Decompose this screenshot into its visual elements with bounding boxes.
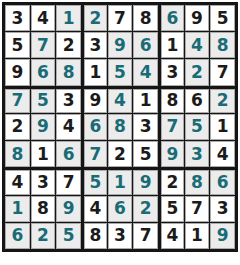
cell-r4c5[interactable]: 4 <box>108 89 133 113</box>
cell-r5c3[interactable]: 4 <box>56 114 81 140</box>
entered-digit: 9 <box>140 174 152 191</box>
cell-r1c5[interactable]: 7 <box>108 5 133 31</box>
cell-r4c3[interactable]: 3 <box>56 89 81 113</box>
cell-r7c5[interactable]: 1 <box>108 170 133 194</box>
entered-digit: 6 <box>63 146 75 163</box>
entered-digit: 1 <box>11 200 23 217</box>
given-digit: 3 <box>37 174 49 191</box>
cell-r8c5[interactable]: 6 <box>108 196 133 222</box>
given-digit: 1 <box>140 92 152 109</box>
given-digit: 3 <box>140 118 152 135</box>
entered-digit: 9 <box>166 146 178 163</box>
given-digit: 7 <box>217 64 229 81</box>
entered-digit: 8 <box>63 64 75 81</box>
cell-r2c3[interactable]: 2 <box>56 32 81 58</box>
cell-r7c3[interactable]: 7 <box>56 170 81 194</box>
cell-r6c6[interactable]: 5 <box>133 141 158 167</box>
cell-r7c4[interactable]: 5 <box>84 170 107 194</box>
cell-r3c8[interactable]: 2 <box>185 59 210 85</box>
entered-digit: 6 <box>37 64 49 81</box>
cell-r4c8[interactable]: 6 <box>185 89 210 113</box>
cell-r9c7[interactable]: 4 <box>161 223 184 249</box>
cell-r5c2[interactable]: 9 <box>31 114 56 140</box>
cell-r9c9[interactable]: 9 <box>210 223 235 249</box>
cell-r5c4[interactable]: 6 <box>84 114 107 140</box>
entered-digit: 4 <box>114 92 126 109</box>
cell-r9c4[interactable]: 8 <box>84 223 107 249</box>
given-digit: 3 <box>166 64 178 81</box>
given-digit: 6 <box>191 92 203 109</box>
entered-digit: 6 <box>11 227 23 244</box>
given-digit: 7 <box>140 227 152 244</box>
entered-digit: 2 <box>217 92 229 109</box>
cell-r5c6[interactable]: 3 <box>133 114 158 140</box>
cell-r4c2[interactable]: 5 <box>31 89 56 113</box>
cell-r6c9[interactable]: 4 <box>210 141 235 167</box>
given-digit: 5 <box>140 146 152 163</box>
given-digit: 5 <box>11 37 23 54</box>
given-digit: 2 <box>63 37 75 54</box>
cell-r1c2[interactable]: 4 <box>31 5 56 31</box>
cell-r7c8[interactable]: 8 <box>185 170 210 194</box>
cell-r1c8[interactable]: 9 <box>185 5 210 31</box>
entered-digit: 5 <box>114 64 126 81</box>
entered-digit: 5 <box>37 92 49 109</box>
cell-r9c5[interactable]: 3 <box>108 223 133 249</box>
entered-digit: 7 <box>89 146 101 163</box>
given-digit: 7 <box>63 174 75 191</box>
cell-r6c4[interactable]: 7 <box>84 141 107 167</box>
cell-r6c8[interactable]: 3 <box>185 141 210 167</box>
given-digit: 5 <box>217 10 229 27</box>
cell-r8c6[interactable]: 2 <box>133 196 158 222</box>
cell-r8c3[interactable]: 9 <box>56 196 81 222</box>
entered-digit: 4 <box>140 64 152 81</box>
cell-r4c4[interactable]: 9 <box>84 89 107 113</box>
cell-r2c5[interactable]: 9 <box>108 32 133 58</box>
cell-r6c2[interactable]: 1 <box>31 141 56 167</box>
entered-digit: 1 <box>63 10 75 27</box>
given-digit: 4 <box>37 10 49 27</box>
cell-r4c9[interactable]: 2 <box>210 89 235 113</box>
given-digit: 3 <box>11 10 23 27</box>
cell-r8c1[interactable]: 1 <box>5 196 30 222</box>
given-digit: 2 <box>11 118 23 135</box>
cell-r5c5[interactable]: 8 <box>108 114 133 140</box>
entered-digit: 1 <box>114 174 126 191</box>
entered-digit: 9 <box>37 118 49 135</box>
cell-r8c9[interactable]: 3 <box>210 196 235 222</box>
entered-digit: 5 <box>63 227 75 244</box>
entered-digit: 6 <box>114 200 126 217</box>
entered-digit: 9 <box>217 227 229 244</box>
cell-r6c7[interactable]: 9 <box>161 141 184 167</box>
given-digit: 8 <box>140 10 152 27</box>
cell-r8c8[interactable]: 7 <box>185 196 210 222</box>
cell-r4c6[interactable]: 1 <box>133 89 158 113</box>
entered-digit: 2 <box>191 64 203 81</box>
entered-digit: 5 <box>89 174 101 191</box>
entered-digit: 6 <box>217 174 229 191</box>
cell-r3c6[interactable]: 4 <box>133 59 158 85</box>
cell-r1c9[interactable]: 5 <box>210 5 235 31</box>
cell-r2c6[interactable]: 6 <box>133 32 158 58</box>
entered-digit: 8 <box>11 146 23 163</box>
given-digit: 7 <box>191 200 203 217</box>
cell-r4c1[interactable]: 7 <box>5 89 30 113</box>
entered-digit: 9 <box>63 200 75 217</box>
given-digit: 9 <box>11 64 23 81</box>
sudoku-board: 3412786955723961489681543277539418622946… <box>2 2 238 252</box>
given-digit: 1 <box>37 146 49 163</box>
cell-r1c7[interactable]: 6 <box>161 5 184 31</box>
cell-r2c4[interactable]: 3 <box>84 32 107 58</box>
entered-digit: 8 <box>191 174 203 191</box>
given-digit: 4 <box>11 174 23 191</box>
cell-r3c4[interactable]: 1 <box>84 59 107 85</box>
given-digit: 8 <box>37 200 49 217</box>
given-digit: 5 <box>166 200 178 217</box>
entered-digit: 7 <box>37 37 49 54</box>
cell-r3c5[interactable]: 5 <box>108 59 133 85</box>
cell-r1c4[interactable]: 2 <box>84 5 107 31</box>
cell-r3c2[interactable]: 6 <box>31 59 56 85</box>
cell-r9c6[interactable]: 7 <box>133 223 158 249</box>
cell-r3c1[interactable]: 9 <box>5 59 30 85</box>
cell-r9c1[interactable]: 6 <box>5 223 30 249</box>
cell-r8c2[interactable]: 8 <box>31 196 56 222</box>
entered-digit: 8 <box>114 118 126 135</box>
entered-digit: 7 <box>11 92 23 109</box>
cell-r8c4[interactable]: 4 <box>84 196 107 222</box>
entered-digit: 7 <box>166 118 178 135</box>
entered-digit: 2 <box>89 10 101 27</box>
cell-r7c2[interactable]: 3 <box>31 170 56 194</box>
cell-r3c3[interactable]: 8 <box>56 59 81 85</box>
given-digit: 3 <box>114 227 126 244</box>
cell-r6c1[interactable]: 8 <box>5 141 30 167</box>
cell-r2c2[interactable]: 7 <box>31 32 56 58</box>
cell-r2c9[interactable]: 8 <box>210 32 235 58</box>
given-digit: 7 <box>114 10 126 27</box>
given-digit: 3 <box>217 200 229 217</box>
entered-digit: 6 <box>166 10 178 27</box>
given-digit: 1 <box>217 118 229 135</box>
cell-r7c7[interactable]: 2 <box>161 170 184 194</box>
cell-r2c7[interactable]: 1 <box>161 32 184 58</box>
cell-r3c9[interactable]: 7 <box>210 59 235 85</box>
cell-r3c7[interactable]: 3 <box>161 59 184 85</box>
given-digit: 4 <box>89 200 101 217</box>
given-digit: 4 <box>63 118 75 135</box>
cell-r1c1[interactable]: 3 <box>5 5 30 31</box>
cell-r5c7[interactable]: 7 <box>161 114 184 140</box>
entered-digit: 4 <box>191 37 203 54</box>
entered-digit: 9 <box>114 37 126 54</box>
cell-r6c3[interactable]: 6 <box>56 141 81 167</box>
given-digit: 4 <box>217 146 229 163</box>
cell-r1c3[interactable]: 1 <box>56 5 81 31</box>
cell-r9c3[interactable]: 5 <box>56 223 81 249</box>
given-digit: 3 <box>89 37 101 54</box>
cell-r4c7[interactable]: 8 <box>161 89 184 113</box>
given-digit: 1 <box>89 64 101 81</box>
cell-r9c2[interactable]: 2 <box>31 223 56 249</box>
given-digit: 8 <box>89 227 101 244</box>
entered-digit: 5 <box>191 118 203 135</box>
cell-r8c7[interactable]: 5 <box>161 196 184 222</box>
cell-r9c8[interactable]: 1 <box>185 223 210 249</box>
given-digit: 8 <box>166 92 178 109</box>
cell-r7c9[interactable]: 6 <box>210 170 235 194</box>
cell-r5c8[interactable]: 5 <box>185 114 210 140</box>
entered-digit: 2 <box>37 227 49 244</box>
cell-r7c1[interactable]: 4 <box>5 170 30 194</box>
cell-r2c8[interactable]: 4 <box>185 32 210 58</box>
cell-r2c1[interactable]: 5 <box>5 32 30 58</box>
given-digit: 9 <box>191 10 203 27</box>
given-digit: 1 <box>166 37 178 54</box>
given-digit: 2 <box>166 174 178 191</box>
cell-r5c9[interactable]: 1 <box>210 114 235 140</box>
entered-digit: 3 <box>191 146 203 163</box>
given-digit: 3 <box>63 92 75 109</box>
entered-digit: 8 <box>217 37 229 54</box>
given-digit: 1 <box>191 227 203 244</box>
entered-digit: 6 <box>140 37 152 54</box>
cell-r7c6[interactable]: 9 <box>133 170 158 194</box>
cell-r5c1[interactable]: 2 <box>5 114 30 140</box>
cell-r6c5[interactable]: 2 <box>108 141 133 167</box>
entered-digit: 6 <box>89 118 101 135</box>
given-digit: 2 <box>114 146 126 163</box>
given-digit: 4 <box>166 227 178 244</box>
cell-r1c6[interactable]: 8 <box>133 5 158 31</box>
entered-digit: 2 <box>140 200 152 217</box>
given-digit: 9 <box>89 92 101 109</box>
